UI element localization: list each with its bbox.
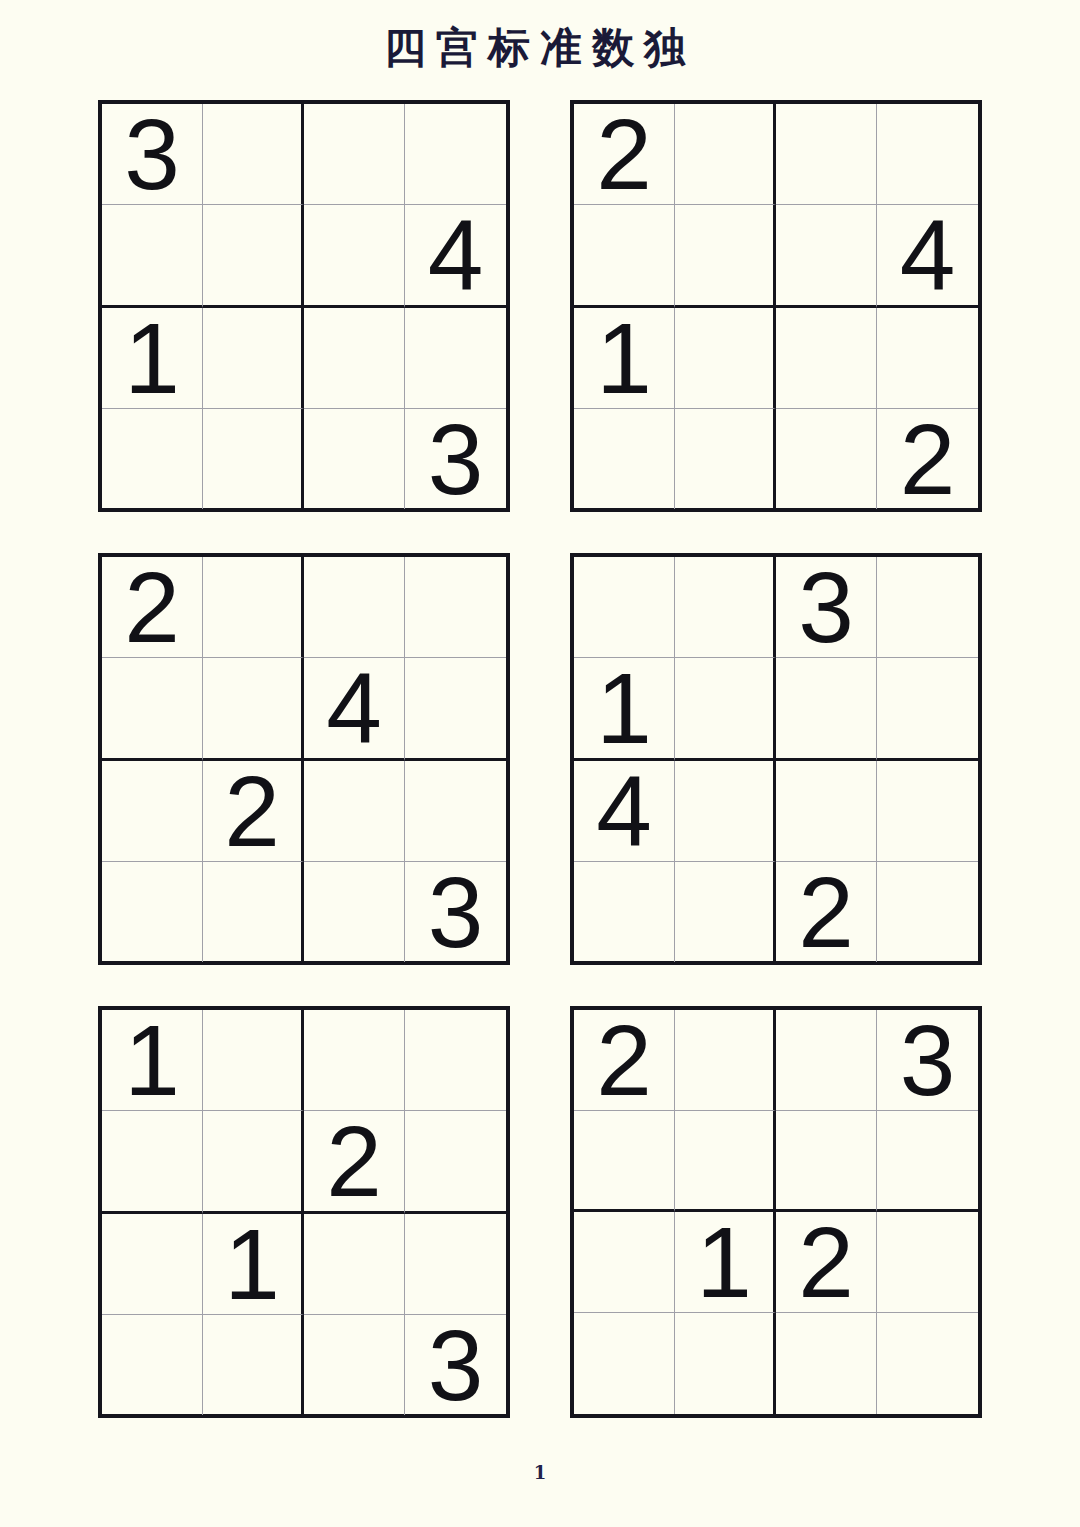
cell-r1c4-empty <box>405 104 506 205</box>
cell-r3c1-empty <box>102 761 203 862</box>
cell-r4c2-empty <box>203 409 304 509</box>
cell-r1c1-given: 3 <box>102 104 203 205</box>
cell-r2c4-empty <box>405 1111 506 1214</box>
cell-r4c3-empty <box>776 1313 877 1414</box>
cell-r2c1-empty <box>102 1111 203 1214</box>
sudoku-board-5: 1213 <box>98 1006 510 1418</box>
page-number: 1 <box>0 1462 1080 1483</box>
cell-r4c1-empty <box>102 409 203 509</box>
cell-r4c4-empty <box>877 1313 978 1414</box>
cell-r4c2-empty <box>203 862 304 962</box>
cell-r4c4-empty <box>877 862 978 962</box>
cell-r4c1-empty <box>102 1315 203 1415</box>
cell-r1c3-empty <box>304 104 405 205</box>
cell-r3c2-given: 2 <box>203 761 304 862</box>
cell-r4c1-empty <box>574 1313 675 1414</box>
cell-r1c3-empty <box>304 557 405 658</box>
cell-r1c3-empty <box>776 1010 877 1111</box>
sudoku-board-2: 2412 <box>570 100 982 512</box>
cell-r3c3-empty <box>304 761 405 862</box>
cell-r4c4-given: 3 <box>405 409 506 509</box>
cell-r2c2-empty <box>675 205 776 308</box>
cell-r1c3-empty <box>776 104 877 205</box>
cell-r2c1-given: 1 <box>574 658 675 761</box>
cell-r4c3-empty <box>304 862 405 962</box>
sudoku-board-6: 2312 <box>570 1006 982 1418</box>
cell-r1c2-empty <box>203 1010 304 1111</box>
cell-r3c3-empty <box>304 308 405 409</box>
cell-r1c4-given: 3 <box>877 1010 978 1111</box>
cell-r3c3-given: 2 <box>776 1212 877 1313</box>
cell-r3c2-empty <box>675 761 776 862</box>
cell-r3c1-given: 1 <box>574 308 675 409</box>
cell-r1c2-empty <box>203 104 304 205</box>
cell-r2c2-empty <box>675 658 776 761</box>
page-title: 四宫标准数独 <box>0 20 1080 76</box>
cell-r2c3-empty <box>776 1111 877 1212</box>
cell-r3c2-given: 1 <box>203 1214 304 1315</box>
cell-r3c3-empty <box>304 1214 405 1315</box>
cell-r2c1-empty <box>574 1111 675 1212</box>
sudoku-board-4: 3142 <box>570 553 982 965</box>
cell-r4c2-empty <box>675 409 776 509</box>
cell-r3c1-given: 4 <box>574 761 675 862</box>
cell-r4c4-given: 2 <box>877 409 978 509</box>
cell-r2c3-empty <box>304 205 405 308</box>
cell-r3c4-empty <box>405 761 506 862</box>
sudoku-board-1: 3413 <box>98 100 510 512</box>
cell-r1c4-empty <box>877 557 978 658</box>
cell-r1c4-empty <box>877 104 978 205</box>
cell-r3c4-empty <box>877 308 978 409</box>
cell-r2c4-given: 4 <box>877 205 978 308</box>
cell-r1c2-empty <box>675 104 776 205</box>
cell-r3c4-empty <box>405 1214 506 1315</box>
cell-r2c2-empty <box>203 658 304 761</box>
cell-r2c1-empty <box>102 205 203 308</box>
cell-r4c1-empty <box>574 862 675 962</box>
cell-r3c4-empty <box>405 308 506 409</box>
cell-r4c4-given: 3 <box>405 1315 506 1415</box>
cell-r1c4-empty <box>405 1010 506 1111</box>
cell-r1c4-empty <box>405 557 506 658</box>
cell-r3c2-empty <box>675 308 776 409</box>
puzzle-grid-container: 3413 2412 2423 3142 1213 2312 <box>98 100 982 1418</box>
cell-r1c2-empty <box>675 1010 776 1111</box>
cell-r1c1-empty <box>574 557 675 658</box>
cell-r2c4-empty <box>405 658 506 761</box>
cell-r2c2-empty <box>203 1111 304 1214</box>
cell-r4c1-empty <box>102 862 203 962</box>
sudoku-board-3: 2423 <box>98 553 510 965</box>
cell-r2c3-given: 2 <box>304 1111 405 1214</box>
cell-r3c4-empty <box>877 1212 978 1313</box>
cell-r3c1-empty <box>574 1212 675 1313</box>
cell-r3c4-empty <box>877 761 978 862</box>
cell-r3c2-empty <box>203 308 304 409</box>
cell-r1c3-given: 3 <box>776 557 877 658</box>
cell-r1c1-given: 1 <box>102 1010 203 1111</box>
cell-r2c1-empty <box>102 658 203 761</box>
cell-r3c1-given: 1 <box>102 308 203 409</box>
cell-r4c3-empty <box>304 409 405 509</box>
cell-r4c2-empty <box>203 1315 304 1415</box>
cell-r4c1-empty <box>574 409 675 509</box>
cell-r2c3-given: 4 <box>304 658 405 761</box>
cell-r4c2-empty <box>675 1313 776 1414</box>
cell-r1c1-given: 2 <box>574 104 675 205</box>
cell-r4c3-empty <box>304 1315 405 1415</box>
cell-r3c2-given: 1 <box>675 1212 776 1313</box>
cell-r3c3-empty <box>776 761 877 862</box>
cell-r4c2-empty <box>675 862 776 962</box>
cell-r1c3-empty <box>304 1010 405 1111</box>
cell-r1c2-empty <box>675 557 776 658</box>
cell-r2c3-empty <box>776 658 877 761</box>
cell-r2c4-empty <box>877 658 978 761</box>
cell-r2c1-empty <box>574 205 675 308</box>
cell-r4c3-given: 2 <box>776 862 877 962</box>
cell-r1c1-given: 2 <box>574 1010 675 1111</box>
cell-r2c2-empty <box>675 1111 776 1212</box>
cell-r3c3-empty <box>776 308 877 409</box>
worksheet-page: 四宫标准数独 3413 2412 2423 3142 1213 2312 1 <box>0 0 1080 1527</box>
cell-r4c4-given: 3 <box>405 862 506 962</box>
cell-r2c2-empty <box>203 205 304 308</box>
cell-r3c1-empty <box>102 1214 203 1315</box>
cell-r4c3-empty <box>776 409 877 509</box>
cell-r1c1-given: 2 <box>102 557 203 658</box>
cell-r2c4-empty <box>877 1111 978 1212</box>
cell-r2c4-given: 4 <box>405 205 506 308</box>
cell-r1c2-empty <box>203 557 304 658</box>
cell-r2c3-empty <box>776 205 877 308</box>
